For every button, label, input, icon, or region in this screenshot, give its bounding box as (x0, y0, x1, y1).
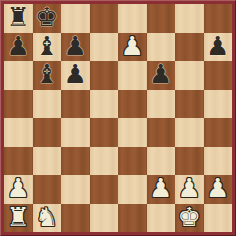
square-f3[interactable] (147, 147, 176, 176)
square-f5[interactable] (147, 90, 176, 119)
square-h5[interactable] (204, 90, 233, 119)
square-e1[interactable] (118, 204, 147, 233)
square-e2[interactable] (118, 175, 147, 204)
square-h7[interactable]: ♟ (204, 33, 233, 62)
white-king-piece[interactable]: ♚ (178, 204, 201, 230)
board-frame: ♜♚♟♝♟♟♟♝♟♟♟♟♟♟♜♞♚ (0, 0, 236, 236)
square-c6[interactable]: ♟ (61, 61, 90, 90)
square-g7[interactable] (175, 33, 204, 62)
square-d4[interactable] (90, 118, 119, 147)
square-a7[interactable]: ♟ (4, 33, 33, 62)
square-h3[interactable] (204, 147, 233, 176)
square-c1[interactable] (61, 204, 90, 233)
white-pawn-piece[interactable]: ♟ (121, 33, 144, 59)
square-b7[interactable]: ♝ (33, 33, 62, 62)
square-e4[interactable] (118, 118, 147, 147)
square-d1[interactable] (90, 204, 119, 233)
square-g2[interactable]: ♟ (175, 175, 204, 204)
square-d3[interactable] (90, 147, 119, 176)
square-f4[interactable] (147, 118, 176, 147)
square-h2[interactable]: ♟ (204, 175, 233, 204)
square-a5[interactable] (4, 90, 33, 119)
square-b2[interactable] (33, 175, 62, 204)
square-d5[interactable] (90, 90, 119, 119)
black-bishop-piece[interactable]: ♝ (35, 61, 58, 87)
square-g3[interactable] (175, 147, 204, 176)
square-a8[interactable]: ♜ (4, 4, 33, 33)
square-d6[interactable] (90, 61, 119, 90)
square-c2[interactable] (61, 175, 90, 204)
square-g1[interactable]: ♚ (175, 204, 204, 233)
square-c8[interactable] (61, 4, 90, 33)
square-f8[interactable] (147, 4, 176, 33)
square-g8[interactable] (175, 4, 204, 33)
square-a6[interactable] (4, 61, 33, 90)
square-f2[interactable]: ♟ (147, 175, 176, 204)
black-bishop-piece[interactable]: ♝ (35, 33, 58, 59)
square-b5[interactable] (33, 90, 62, 119)
white-knight-piece[interactable]: ♞ (35, 204, 58, 230)
black-pawn-piece[interactable]: ♟ (149, 61, 172, 87)
black-pawn-piece[interactable]: ♟ (64, 61, 87, 87)
square-e7[interactable]: ♟ (118, 33, 147, 62)
square-h1[interactable] (204, 204, 233, 233)
white-pawn-piece[interactable]: ♟ (149, 175, 172, 201)
square-h6[interactable] (204, 61, 233, 90)
square-a4[interactable] (4, 118, 33, 147)
square-g5[interactable] (175, 90, 204, 119)
square-h8[interactable] (204, 4, 233, 33)
square-b8[interactable]: ♚ (33, 4, 62, 33)
square-e5[interactable] (118, 90, 147, 119)
black-king-piece[interactable]: ♚ (35, 4, 58, 30)
black-rook-piece[interactable]: ♜ (7, 4, 30, 30)
square-c7[interactable]: ♟ (61, 33, 90, 62)
square-e3[interactable] (118, 147, 147, 176)
square-g6[interactable] (175, 61, 204, 90)
white-rook-piece[interactable]: ♜ (7, 204, 30, 230)
square-b1[interactable]: ♞ (33, 204, 62, 233)
square-b6[interactable]: ♝ (33, 61, 62, 90)
square-b3[interactable] (33, 147, 62, 176)
square-f1[interactable] (147, 204, 176, 233)
square-f6[interactable]: ♟ (147, 61, 176, 90)
square-a1[interactable]: ♜ (4, 204, 33, 233)
square-f7[interactable] (147, 33, 176, 62)
square-g4[interactable] (175, 118, 204, 147)
square-e6[interactable] (118, 61, 147, 90)
square-b4[interactable] (33, 118, 62, 147)
square-a3[interactable] (4, 147, 33, 176)
white-pawn-piece[interactable]: ♟ (178, 175, 201, 201)
square-a2[interactable]: ♟ (4, 175, 33, 204)
black-pawn-piece[interactable]: ♟ (206, 33, 229, 59)
square-c3[interactable] (61, 147, 90, 176)
square-h4[interactable] (204, 118, 233, 147)
white-pawn-piece[interactable]: ♟ (206, 175, 229, 201)
chess-board: ♜♚♟♝♟♟♟♝♟♟♟♟♟♟♜♞♚ (4, 4, 232, 232)
black-pawn-piece[interactable]: ♟ (7, 33, 30, 59)
black-pawn-piece[interactable]: ♟ (64, 33, 87, 59)
square-d7[interactable] (90, 33, 119, 62)
square-c5[interactable] (61, 90, 90, 119)
square-e8[interactable] (118, 4, 147, 33)
square-c4[interactable] (61, 118, 90, 147)
white-pawn-piece[interactable]: ♟ (7, 175, 30, 201)
square-d2[interactable] (90, 175, 119, 204)
square-d8[interactable] (90, 4, 119, 33)
